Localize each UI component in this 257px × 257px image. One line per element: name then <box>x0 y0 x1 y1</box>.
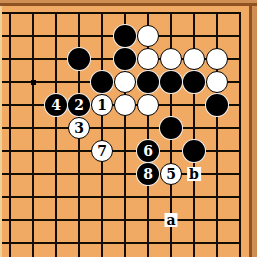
move-number: 1 <box>97 98 107 112</box>
board-intersection[interactable] <box>160 186 183 209</box>
board-intersection[interactable] <box>45 163 68 186</box>
black-stone <box>160 117 182 139</box>
board-intersection[interactable] <box>160 232 183 255</box>
board-intersection[interactable]: 6 <box>137 140 160 163</box>
board-intersection[interactable]: a <box>160 209 183 232</box>
black-stone: 2 <box>68 94 90 116</box>
black-stone: 4 <box>45 94 67 116</box>
board-intersection[interactable] <box>114 94 137 117</box>
board-intersection[interactable] <box>0 140 22 163</box>
move-number: 8 <box>143 167 153 181</box>
board-intersection[interactable] <box>22 48 45 71</box>
board-intersection[interactable]: b <box>183 163 206 186</box>
board-intersection[interactable] <box>160 71 183 94</box>
label-b: b <box>187 167 201 181</box>
move-number: 3 <box>74 121 84 135</box>
board-intersection[interactable] <box>137 117 160 140</box>
white-stone: 3 <box>68 117 90 139</box>
board-intersection[interactable] <box>183 209 206 232</box>
board-intersection[interactable] <box>206 163 229 186</box>
board-intersection[interactable] <box>45 232 68 255</box>
board-intersection[interactable] <box>91 232 114 255</box>
board-intersection[interactable]: 1 <box>91 94 114 117</box>
board-intersection[interactable] <box>183 186 206 209</box>
board-intersection[interactable] <box>206 94 229 117</box>
white-stone: 1 <box>91 94 113 116</box>
board-intersection[interactable] <box>206 232 229 255</box>
white-stone <box>206 48 228 70</box>
board-intersection[interactable] <box>68 186 91 209</box>
white-stone: 7 <box>91 140 113 162</box>
board-intersection[interactable] <box>68 140 91 163</box>
board-intersection[interactable] <box>183 25 206 48</box>
board-intersection[interactable] <box>91 71 114 94</box>
board-intersection[interactable] <box>22 140 45 163</box>
board-intersection[interactable] <box>91 163 114 186</box>
board-intersection[interactable] <box>68 163 91 186</box>
board-intersection[interactable] <box>160 94 183 117</box>
board-intersection[interactable] <box>68 48 91 71</box>
board-intersection[interactable] <box>137 71 160 94</box>
board-intersection[interactable] <box>206 71 229 94</box>
board-intersection[interactable]: 7 <box>91 140 114 163</box>
board-intersection[interactable] <box>206 140 229 163</box>
board-intersection[interactable] <box>0 25 22 48</box>
board-intersection[interactable] <box>0 94 22 117</box>
board-intersection[interactable] <box>160 117 183 140</box>
board-intersection[interactable] <box>114 25 137 48</box>
board-intersection[interactable] <box>91 48 114 71</box>
board-intersection[interactable] <box>137 48 160 71</box>
board-intersection[interactable] <box>45 186 68 209</box>
board-intersection[interactable] <box>68 209 91 232</box>
board-intersection[interactable] <box>22 94 45 117</box>
move-number: 6 <box>143 144 153 158</box>
black-stone <box>183 140 205 162</box>
board-intersection[interactable] <box>137 94 160 117</box>
white-stone <box>137 48 159 70</box>
go-board: 42137685ba <box>0 2 252 255</box>
board-intersection[interactable] <box>22 71 45 94</box>
board-intersection[interactable] <box>0 163 22 186</box>
board-intersection[interactable]: 8 <box>137 163 160 186</box>
board-intersection[interactable] <box>183 48 206 71</box>
board-intersection[interactable] <box>0 186 22 209</box>
board-intersection[interactable] <box>91 209 114 232</box>
black-stone <box>91 71 113 93</box>
board-intersection[interactable]: 2 <box>68 94 91 117</box>
board-intersection[interactable] <box>183 117 206 140</box>
board-intersection[interactable] <box>114 163 137 186</box>
go-diagram: 42137685ba <box>0 0 257 257</box>
board-intersection[interactable] <box>0 117 22 140</box>
label-a: a <box>164 213 177 227</box>
white-stone <box>137 25 159 47</box>
star-point-marker <box>31 80 36 85</box>
diagram-left-margin <box>0 6 2 257</box>
board-intersection[interactable] <box>137 186 160 209</box>
board-right-edge-border <box>249 3 252 257</box>
move-number: 5 <box>166 167 176 181</box>
black-stone <box>114 25 136 47</box>
board-intersection[interactable] <box>22 186 45 209</box>
board-intersection[interactable] <box>206 48 229 71</box>
board-intersection[interactable] <box>114 48 137 71</box>
board-top-edge-border <box>0 3 257 6</box>
move-number: 7 <box>97 144 107 158</box>
board-intersection[interactable] <box>137 232 160 255</box>
board-right-outer-margin <box>252 0 257 257</box>
board-intersection[interactable] <box>183 232 206 255</box>
board-intersection[interactable] <box>91 25 114 48</box>
board-intersection[interactable] <box>114 232 137 255</box>
board-intersection[interactable] <box>0 232 22 255</box>
board-intersection[interactable] <box>114 71 137 94</box>
board-intersection[interactable] <box>45 25 68 48</box>
board-intersection[interactable] <box>68 71 91 94</box>
board-intersection[interactable] <box>22 232 45 255</box>
black-stone <box>68 48 90 70</box>
board-intersection[interactable] <box>68 25 91 48</box>
board-intersection[interactable] <box>183 140 206 163</box>
board-intersection[interactable] <box>160 48 183 71</box>
board-intersection[interactable] <box>114 117 137 140</box>
white-stone <box>137 94 159 116</box>
board-intersection[interactable] <box>0 71 22 94</box>
board-intersection[interactable] <box>45 48 68 71</box>
board-intersection[interactable] <box>206 186 229 209</box>
white-stone <box>183 48 205 70</box>
board-intersection[interactable] <box>91 117 114 140</box>
board-intersection[interactable] <box>114 140 137 163</box>
board-intersection[interactable] <box>114 209 137 232</box>
board-intersection[interactable]: 5 <box>160 163 183 186</box>
white-stone <box>114 94 136 116</box>
move-number: 2 <box>74 98 84 112</box>
board-intersection[interactable] <box>0 209 22 232</box>
white-stone <box>114 71 136 93</box>
board-intersection[interactable] <box>206 25 229 48</box>
black-stone <box>160 71 182 93</box>
black-stone <box>114 48 136 70</box>
board-intersection[interactable] <box>68 232 91 255</box>
board-intersection[interactable] <box>206 117 229 140</box>
black-stone <box>206 94 228 116</box>
board-intersection[interactable] <box>183 94 206 117</box>
board-intersection[interactable] <box>137 25 160 48</box>
board-intersection[interactable]: 4 <box>45 94 68 117</box>
move-number: 4 <box>51 98 61 112</box>
board-intersection[interactable] <box>183 71 206 94</box>
board-intersection[interactable] <box>114 186 137 209</box>
board-intersection[interactable] <box>22 209 45 232</box>
board-intersection[interactable] <box>45 140 68 163</box>
board-intersection[interactable] <box>22 117 45 140</box>
black-stone: 8 <box>137 163 159 185</box>
board-intersection[interactable] <box>91 186 114 209</box>
board-intersection[interactable] <box>22 25 45 48</box>
black-stone: 6 <box>137 140 159 162</box>
board-intersection[interactable] <box>206 209 229 232</box>
white-stone: 5 <box>160 163 182 185</box>
board-intersection[interactable] <box>160 25 183 48</box>
board-intersection[interactable] <box>160 140 183 163</box>
board-intersection[interactable] <box>0 48 22 71</box>
black-stone <box>183 71 205 93</box>
board-intersection[interactable] <box>45 117 68 140</box>
board-intersection[interactable] <box>137 209 160 232</box>
white-stone <box>160 48 182 70</box>
board-intersection[interactable] <box>22 163 45 186</box>
board-intersection[interactable]: 3 <box>68 117 91 140</box>
board-intersection[interactable] <box>45 209 68 232</box>
white-stone <box>206 71 228 93</box>
board-intersection[interactable] <box>45 71 68 94</box>
black-stone <box>137 71 159 93</box>
